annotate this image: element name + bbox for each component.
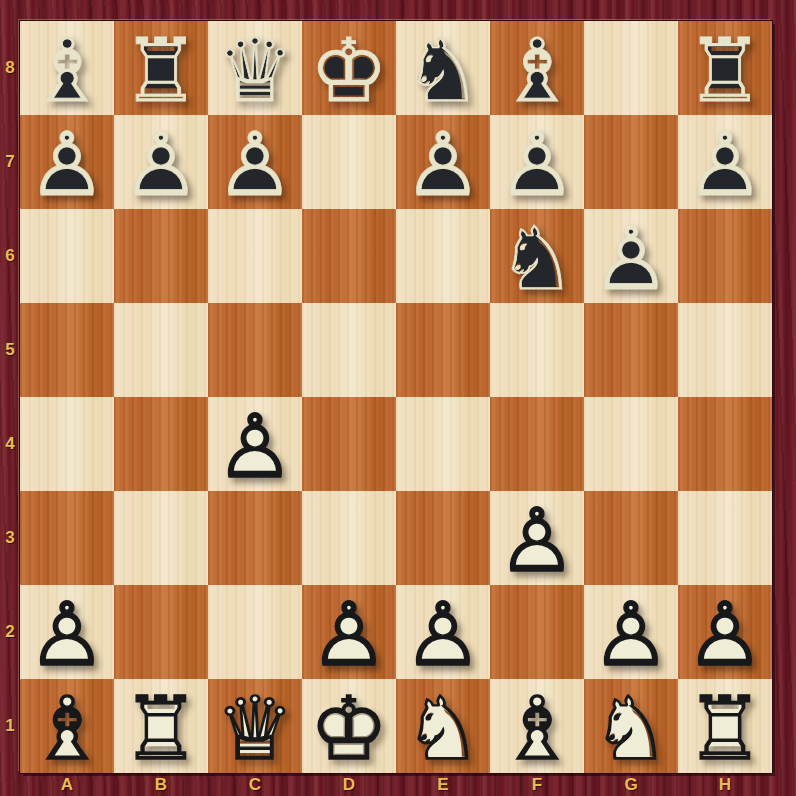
rank-label-4: 4 [0, 397, 20, 491]
board-grid: ♝♗♜♖♛♕♚♔♞♘♝♗♜♖♟♙♟♙♟♙♟♙♟♙♟♙♞♘♟♙♟♙♟♙♟♙♟♙♟♙… [20, 21, 772, 773]
piece-glyph-outline: ♗ [20, 21, 114, 115]
white-pawn-f3[interactable]: ♟♙ [490, 491, 584, 585]
square-d1[interactable]: ♚♔ [302, 679, 396, 773]
black-knight-f6[interactable]: ♞♘ [490, 209, 584, 303]
piece-glyph-outline: ♕ [208, 21, 302, 115]
piece-glyph-outline: ♙ [396, 115, 490, 209]
rank-label-3: 3 [0, 491, 20, 585]
white-rook-h1[interactable]: ♜♖ [678, 679, 772, 773]
square-c7[interactable]: ♟♙ [208, 115, 302, 209]
square-h3[interactable] [678, 491, 772, 585]
square-d5[interactable] [302, 303, 396, 397]
rank-label-7: 7 [0, 115, 20, 209]
piece-glyph-outline: ♙ [490, 491, 584, 585]
piece-glyph-outline: ♖ [678, 21, 772, 115]
black-rook-b8[interactable]: ♜♖ [114, 21, 208, 115]
square-a2[interactable]: ♟♙ [20, 585, 114, 679]
rank-label-6: 6 [0, 209, 20, 303]
piece-glyph-outline: ♖ [114, 21, 208, 115]
piece-glyph-outline: ♙ [20, 585, 114, 679]
piece-glyph-outline: ♘ [396, 21, 490, 115]
square-g5[interactable] [584, 303, 678, 397]
square-e7[interactable]: ♟♙ [396, 115, 490, 209]
black-pawn-h7[interactable]: ♟♙ [678, 115, 772, 209]
piece-glyph-outline: ♙ [678, 585, 772, 679]
square-f2[interactable] [490, 585, 584, 679]
square-a6[interactable] [20, 209, 114, 303]
square-e4[interactable] [396, 397, 490, 491]
piece-glyph-outline: ♖ [678, 679, 772, 773]
white-knight-e1[interactable]: ♞♘ [396, 679, 490, 773]
square-f4[interactable] [490, 397, 584, 491]
piece-glyph-outline: ♙ [584, 209, 678, 303]
piece-glyph-outline: ♘ [396, 679, 490, 773]
square-d2[interactable]: ♟♙ [302, 585, 396, 679]
file-label-f: F [490, 773, 584, 796]
piece-glyph-outline: ♙ [208, 397, 302, 491]
square-f6[interactable]: ♞♘ [490, 209, 584, 303]
white-queen-c1[interactable]: ♛♕ [208, 679, 302, 773]
square-d7[interactable] [302, 115, 396, 209]
square-g8[interactable] [584, 21, 678, 115]
square-c1[interactable]: ♛♕ [208, 679, 302, 773]
square-c2[interactable] [208, 585, 302, 679]
square-a7[interactable]: ♟♙ [20, 115, 114, 209]
square-h6[interactable] [678, 209, 772, 303]
black-pawn-a7[interactable]: ♟♙ [20, 115, 114, 209]
square-g1[interactable]: ♞♘ [584, 679, 678, 773]
white-bishop-f1[interactable]: ♝♗ [490, 679, 584, 773]
piece-glyph-outline: ♙ [302, 585, 396, 679]
white-knight-g1[interactable]: ♞♘ [584, 679, 678, 773]
square-f5[interactable] [490, 303, 584, 397]
square-a8[interactable]: ♝♗ [20, 21, 114, 115]
square-a5[interactable] [20, 303, 114, 397]
black-pawn-g6[interactable]: ♟♙ [584, 209, 678, 303]
square-f7[interactable]: ♟♙ [490, 115, 584, 209]
square-b5[interactable] [114, 303, 208, 397]
square-a1[interactable]: ♝♗ [20, 679, 114, 773]
file-label-e: E [396, 773, 490, 796]
square-d4[interactable] [302, 397, 396, 491]
square-c6[interactable] [208, 209, 302, 303]
square-e2[interactable]: ♟♙ [396, 585, 490, 679]
square-b4[interactable] [114, 397, 208, 491]
rank-label-2: 2 [0, 585, 20, 679]
white-pawn-c4[interactable]: ♟♙ [208, 397, 302, 491]
square-b8[interactable]: ♜♖ [114, 21, 208, 115]
square-e1[interactable]: ♞♘ [396, 679, 490, 773]
square-c3[interactable] [208, 491, 302, 585]
piece-glyph-outline: ♙ [490, 115, 584, 209]
square-e6[interactable] [396, 209, 490, 303]
rank-label-1: 1 [0, 679, 20, 773]
white-pawn-a2[interactable]: ♟♙ [20, 585, 114, 679]
square-c5[interactable] [208, 303, 302, 397]
white-pawn-e2[interactable]: ♟♙ [396, 585, 490, 679]
square-a4[interactable] [20, 397, 114, 491]
piece-glyph-outline: ♔ [302, 679, 396, 773]
white-bishop-a1[interactable]: ♝♗ [20, 679, 114, 773]
square-g6[interactable]: ♟♙ [584, 209, 678, 303]
piece-glyph-outline: ♙ [208, 115, 302, 209]
square-b2[interactable] [114, 585, 208, 679]
square-b3[interactable] [114, 491, 208, 585]
square-g7[interactable] [584, 115, 678, 209]
rank-label-5: 5 [0, 303, 20, 397]
black-king-d8[interactable]: ♚♔ [302, 21, 396, 115]
black-bishop-a8[interactable]: ♝♗ [20, 21, 114, 115]
white-rook-b1[interactable]: ♜♖ [114, 679, 208, 773]
square-f3[interactable]: ♟♙ [490, 491, 584, 585]
rank-label-8: 8 [0, 21, 20, 115]
file-label-g: G [584, 773, 678, 796]
piece-glyph-outline: ♘ [584, 679, 678, 773]
black-knight-e8[interactable]: ♞♘ [396, 21, 490, 115]
square-h1[interactable]: ♜♖ [678, 679, 772, 773]
black-pawn-f7[interactable]: ♟♙ [490, 115, 584, 209]
chess-board-frame: 87654321 ♝♗♜♖♛♕♚♔♞♘♝♗♜♖♟♙♟♙♟♙♟♙♟♙♟♙♞♘♟♙♟… [0, 0, 796, 796]
square-h2[interactable]: ♟♙ [678, 585, 772, 679]
piece-glyph-outline: ♙ [396, 585, 490, 679]
square-g2[interactable]: ♟♙ [584, 585, 678, 679]
square-c4[interactable]: ♟♙ [208, 397, 302, 491]
square-h7[interactable]: ♟♙ [678, 115, 772, 209]
square-e3[interactable] [396, 491, 490, 585]
piece-glyph-outline: ♕ [208, 679, 302, 773]
square-e5[interactable] [396, 303, 490, 397]
file-label-b: B [114, 773, 208, 796]
square-c8[interactable]: ♛♕ [208, 21, 302, 115]
square-b7[interactable]: ♟♙ [114, 115, 208, 209]
square-e8[interactable]: ♞♘ [396, 21, 490, 115]
square-a3[interactable] [20, 491, 114, 585]
black-bishop-f8[interactable]: ♝♗ [490, 21, 584, 115]
piece-glyph-outline: ♔ [302, 21, 396, 115]
square-h8[interactable]: ♜♖ [678, 21, 772, 115]
white-pawn-d2[interactable]: ♟♙ [302, 585, 396, 679]
file-label-a: A [20, 773, 114, 796]
square-g4[interactable] [584, 397, 678, 491]
piece-glyph-outline: ♘ [490, 209, 584, 303]
piece-glyph-outline: ♖ [114, 679, 208, 773]
black-pawn-c7[interactable]: ♟♙ [208, 115, 302, 209]
white-pawn-g2[interactable]: ♟♙ [584, 585, 678, 679]
square-b1[interactable]: ♜♖ [114, 679, 208, 773]
piece-glyph-outline: ♙ [584, 585, 678, 679]
black-pawn-e7[interactable]: ♟♙ [396, 115, 490, 209]
piece-glyph-outline: ♙ [20, 115, 114, 209]
square-f1[interactable]: ♝♗ [490, 679, 584, 773]
square-b6[interactable] [114, 209, 208, 303]
black-rook-h8[interactable]: ♜♖ [678, 21, 772, 115]
piece-glyph-outline: ♗ [20, 679, 114, 773]
square-d3[interactable] [302, 491, 396, 585]
white-pawn-h2[interactable]: ♟♙ [678, 585, 772, 679]
file-labels: ABCDEFGH [20, 773, 772, 796]
black-pawn-b7[interactable]: ♟♙ [114, 115, 208, 209]
file-label-c: C [208, 773, 302, 796]
piece-glyph-outline: ♗ [490, 679, 584, 773]
square-d8[interactable]: ♚♔ [302, 21, 396, 115]
black-queen-c8[interactable]: ♛♕ [208, 21, 302, 115]
square-h4[interactable] [678, 397, 772, 491]
file-label-d: D [302, 773, 396, 796]
white-king-d1[interactable]: ♚♔ [302, 679, 396, 773]
rank-labels: 87654321 [0, 21, 20, 773]
square-g3[interactable] [584, 491, 678, 585]
piece-glyph-outline: ♗ [490, 21, 584, 115]
piece-glyph-outline: ♙ [678, 115, 772, 209]
piece-glyph-outline: ♙ [114, 115, 208, 209]
square-d6[interactable] [302, 209, 396, 303]
file-label-h: H [678, 773, 772, 796]
square-f8[interactable]: ♝♗ [490, 21, 584, 115]
square-h5[interactable] [678, 303, 772, 397]
